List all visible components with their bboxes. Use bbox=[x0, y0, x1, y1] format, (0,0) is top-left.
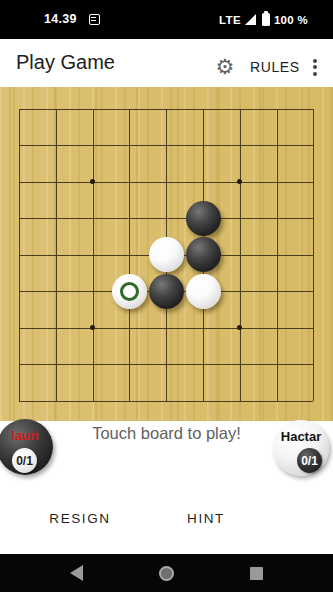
white-player-score: 0/1 bbox=[297, 448, 322, 473]
white-stone bbox=[149, 237, 184, 272]
back-button[interactable] bbox=[46, 554, 106, 592]
resign-button[interactable]: RESIGN bbox=[37, 504, 123, 532]
play-game-screen: 14.39 LTE 100 % Play Game ⚙︎ RULES Touch… bbox=[0, 0, 333, 592]
black-player-name: lauri bbox=[0, 428, 53, 443]
gear-icon: ⚙︎ bbox=[216, 55, 235, 79]
star-point bbox=[90, 179, 95, 184]
rules-button[interactable]: RULES bbox=[245, 50, 305, 84]
star-point bbox=[237, 179, 242, 184]
notification-icon bbox=[89, 14, 100, 25]
black-player-badge: lauri 0/1 bbox=[0, 419, 53, 475]
black-player-score: 0/1 bbox=[12, 448, 37, 473]
android-nav-bar bbox=[0, 554, 333, 592]
page-title: Play Game bbox=[16, 51, 115, 74]
star-point bbox=[90, 325, 95, 330]
black-stone bbox=[186, 201, 221, 236]
white-player-name: Hactar bbox=[273, 429, 329, 444]
star-point bbox=[237, 325, 242, 330]
overflow-menu-button[interactable] bbox=[303, 52, 327, 82]
last-move-marker-icon bbox=[120, 282, 139, 301]
overflow-icon bbox=[303, 59, 327, 76]
hint-button[interactable]: HINT bbox=[163, 504, 249, 532]
recents-button[interactable] bbox=[226, 554, 286, 592]
grid-line-vertical bbox=[277, 109, 278, 401]
network-type-label: LTE bbox=[219, 14, 241, 26]
grid-line-horizontal bbox=[19, 364, 313, 365]
white-player-badge: Hactar 0/1 bbox=[273, 420, 329, 476]
grid-line-vertical bbox=[240, 109, 241, 401]
back-icon bbox=[70, 565, 83, 581]
recents-icon bbox=[250, 567, 263, 580]
battery-percent-label: 100 % bbox=[274, 14, 308, 26]
grid-line-horizontal bbox=[19, 328, 313, 329]
status-bar: 14.39 LTE 100 % bbox=[0, 0, 333, 39]
go-board[interactable] bbox=[0, 87, 333, 421]
battery-icon bbox=[262, 13, 270, 26]
grid-line-horizontal bbox=[19, 401, 313, 402]
signal-icon bbox=[245, 14, 256, 25]
grid-line-vertical bbox=[313, 109, 314, 401]
home-icon bbox=[159, 566, 174, 581]
black-stone bbox=[186, 237, 221, 272]
settings-button[interactable]: ⚙︎ bbox=[210, 52, 240, 82]
white-stone bbox=[112, 274, 147, 309]
clock: 14.39 bbox=[44, 12, 77, 26]
white-stone bbox=[186, 274, 221, 309]
black-stone bbox=[149, 274, 184, 309]
home-button[interactable] bbox=[136, 554, 196, 592]
status-bar-right: LTE 100 % bbox=[219, 0, 308, 39]
